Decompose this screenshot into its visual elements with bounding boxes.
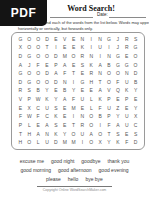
- word-list-item: good evening: [99, 167, 129, 173]
- grid-cell-r5c11: O: [105, 69, 114, 78]
- grid-cell-r5c7: T: [69, 69, 78, 78]
- name-underline: [50, 12, 93, 18]
- grid-cell-r6c2: G: [25, 78, 34, 87]
- grid-cell-r1c11: G: [105, 35, 114, 44]
- grid-cell-r10c3: F: [34, 113, 43, 122]
- grid-cell-r9c7: M: [69, 104, 78, 113]
- grid-cell-r7c9: E: [87, 87, 96, 96]
- grid-cell-r8c9: L: [87, 95, 96, 104]
- date-label: Date:: [97, 12, 108, 17]
- grid-cell-r2c5: I: [51, 44, 60, 53]
- grid-cell-r7c12: Q: [113, 87, 122, 96]
- grid-cell-r4c8: S: [78, 61, 87, 70]
- grid-cell-r6c1: D: [16, 78, 25, 87]
- grid-cell-r13c2: O: [25, 138, 34, 147]
- grid-cell-r11c1: P: [16, 121, 25, 130]
- grid-cell-r3c6: M: [60, 52, 69, 61]
- grid-cell-r8c5: Y: [51, 95, 60, 104]
- word-list-item: excuse me: [20, 158, 44, 164]
- grid-cell-r6c6: N: [60, 78, 69, 87]
- grid-cell-r1c9: I: [87, 35, 96, 44]
- grid-cell-r13c14: D: [131, 138, 140, 147]
- grid-cell-r12c6: Y: [60, 130, 69, 139]
- grid-cell-r3c8: R: [78, 52, 87, 61]
- grid-cell-r7c1: R: [16, 87, 25, 96]
- word-search-grid-border: GOODEVENINGJRSXOOTIEEKIUIJRGDGOODMORNING…: [11, 32, 145, 150]
- grid-cell-r3c14: O: [131, 52, 140, 61]
- grid-cell-r7c6: B: [60, 87, 69, 96]
- grid-cell-r3c12: G: [113, 52, 122, 61]
- grid-cell-r4c10: A: [96, 61, 105, 70]
- word-list: excuse megood nightgoodbyethank you good…: [0, 156, 149, 183]
- grid-cell-r2c2: O: [25, 44, 34, 53]
- grid-cell-r13c6: M: [60, 138, 69, 147]
- grid-cell-r7c8: E: [78, 87, 87, 96]
- grid-cell-r2c11: I: [105, 44, 114, 53]
- grid-cell-r11c14: C: [131, 121, 140, 130]
- grid-cell-r6c13: U: [122, 78, 131, 87]
- grid-cell-r6c10: T: [96, 78, 105, 87]
- grid-cell-r13c13: F: [122, 138, 131, 147]
- grid-cell-r10c10: B: [96, 113, 105, 122]
- grid-cell-r5c9: R: [87, 69, 96, 78]
- grid-cell-r9c2: X: [25, 104, 34, 113]
- grid-cell-r2c1: X: [16, 44, 25, 53]
- grid-cell-r1c6: V: [60, 35, 69, 44]
- grid-cell-r12c13: E: [122, 130, 131, 139]
- grid-cell-r8c1: V: [16, 95, 25, 104]
- grid-cell-r1c4: D: [43, 35, 52, 44]
- grid-cell-r13c4: U: [43, 138, 52, 147]
- grid-cell-r7c7: Y: [69, 87, 78, 96]
- grid-cell-r13c12: K: [113, 138, 122, 147]
- grid-cell-r10c13: U: [122, 113, 131, 122]
- grid-cell-r3c13: E: [122, 52, 131, 61]
- grid-cell-r4c6: A: [60, 61, 69, 70]
- grid-cell-r8c3: W: [34, 95, 43, 104]
- grid-cell-r10c8: N: [78, 113, 87, 122]
- worksheet-page: PDF Word Search! Name: Date: Directions:…: [0, 0, 149, 198]
- grid-cell-r5c10: N: [96, 69, 105, 78]
- grid-cell-r12c9: A: [87, 130, 96, 139]
- grid-cell-r3c3: O: [34, 52, 43, 61]
- grid-cell-r1c10: N: [96, 35, 105, 44]
- grid-cell-r7c10: A: [96, 87, 105, 96]
- grid-cell-r12c11: T: [105, 130, 114, 139]
- grid-cell-r11c10: I: [96, 121, 105, 130]
- word-list-item: bye bye: [85, 176, 103, 182]
- word-list-line-1: excuse megood nightgoodbyethank you: [0, 156, 149, 165]
- grid-cell-r3c9: N: [87, 52, 96, 61]
- grid-cell-r6c4: O: [43, 78, 52, 87]
- word-list-item: good afternoon: [58, 167, 92, 173]
- grid-cell-r6c9: H: [87, 78, 96, 87]
- grid-cell-r11c4: A: [43, 121, 52, 130]
- grid-cell-r7c13: K: [122, 87, 131, 96]
- grid-cell-r12c5: K: [51, 130, 60, 139]
- grid-cell-r5c6: F: [60, 69, 69, 78]
- grid-cell-r11c12: A: [113, 121, 122, 130]
- grid-cell-r9c3: C: [34, 104, 43, 113]
- pdf-file-badge[interactable]: PDF: [0, 0, 47, 26]
- grid-cell-r7c4: Y: [43, 87, 52, 96]
- grid-cell-r12c14: S: [131, 130, 140, 139]
- grid-cell-r7c5: E: [51, 87, 60, 96]
- grid-cell-r8c10: K: [96, 95, 105, 104]
- grid-cell-r12c1: T: [16, 130, 25, 139]
- grid-cell-r1c14: S: [131, 35, 140, 44]
- grid-cell-r11c9: O: [87, 121, 96, 130]
- grid-cell-r12c2: H: [25, 130, 34, 139]
- grid-cell-r8c8: U: [78, 95, 87, 104]
- word-search-grid: GOODEVENINGJRSXOOTIEEKIUIJRGDGOODMORNING…: [16, 35, 140, 147]
- grid-cell-r11c11: F: [105, 121, 114, 130]
- grid-cell-r3c7: O: [69, 52, 78, 61]
- grid-cell-r1c13: R: [122, 35, 131, 44]
- grid-cell-r6c7: I: [69, 78, 78, 87]
- grid-cell-r2c10: U: [96, 44, 105, 53]
- grid-cell-r4c1: A: [16, 61, 25, 70]
- grid-cell-r9c10: F: [96, 104, 105, 113]
- grid-cell-r8c4: K: [43, 95, 52, 104]
- grid-cell-r10c6: E: [60, 113, 69, 122]
- grid-cell-r13c7: M: [69, 138, 78, 147]
- grid-cell-r1c1: G: [16, 35, 25, 44]
- grid-cell-r2c9: I: [87, 44, 96, 53]
- grid-cell-r13c8: I: [78, 138, 87, 147]
- grid-cell-r11c8: R: [78, 121, 87, 130]
- grid-cell-r3c11: N: [105, 52, 114, 61]
- grid-cell-r11c5: S: [51, 121, 60, 130]
- grid-cell-r5c5: A: [51, 69, 60, 78]
- grid-cell-r4c9: K: [87, 61, 96, 70]
- grid-cell-r12c12: S: [113, 130, 122, 139]
- grid-cell-r7c11: V: [105, 87, 114, 96]
- grid-cell-r11c3: E: [34, 121, 43, 130]
- directions-line-2: horizontally or vertically, but forwards…: [18, 26, 93, 31]
- grid-cell-r5c4: D: [43, 69, 52, 78]
- grid-cell-r6c5: D: [51, 78, 60, 87]
- grid-cell-r6c11: O: [105, 78, 114, 87]
- grid-cell-r2c3: O: [34, 44, 43, 53]
- grid-cell-r3c5: D: [51, 52, 60, 61]
- grid-cell-r12c3: A: [34, 130, 43, 139]
- copyright-text: Copyright Online WordSearchMaker.com: [0, 188, 149, 192]
- grid-cell-r2c7: E: [69, 44, 78, 53]
- grid-cell-r10c14: X: [131, 113, 140, 122]
- grid-cell-r10c5: K: [51, 113, 60, 122]
- grid-cell-r4c14: O: [131, 61, 140, 70]
- grid-cell-r8c12: E: [113, 95, 122, 104]
- grid-cell-r10c11: P: [105, 113, 114, 122]
- grid-cell-r12c7: O: [69, 130, 78, 139]
- grid-cell-r1c3: O: [34, 35, 43, 44]
- grid-cell-r1c8: N: [78, 35, 87, 44]
- grid-cell-r11c2: L: [25, 121, 34, 130]
- grid-cell-r2c8: K: [78, 44, 87, 53]
- grid-cell-r13c9: O: [87, 138, 96, 147]
- grid-cell-r4c12: G: [113, 61, 122, 70]
- grid-cell-r8c7: F: [69, 95, 78, 104]
- grid-cell-r1c12: J: [113, 35, 122, 44]
- grid-cell-r3c4: O: [43, 52, 52, 61]
- grid-cell-r11c6: E: [60, 121, 69, 130]
- grid-cell-r13c5: D: [51, 138, 60, 147]
- grid-cell-r9c11: U: [105, 104, 114, 113]
- grid-cell-r4c5: P: [51, 61, 60, 70]
- grid-cell-r5c2: O: [25, 69, 34, 78]
- grid-cell-r2c13: R: [122, 44, 131, 53]
- grid-cell-r4c3: F: [34, 61, 43, 70]
- grid-cell-r5c3: O: [34, 69, 43, 78]
- grid-cell-r10c4: C: [43, 113, 52, 122]
- grid-cell-r7c14: Y: [131, 87, 140, 96]
- grid-cell-r6c12: F: [113, 78, 122, 87]
- date-underline: [109, 12, 146, 18]
- grid-cell-r8c11: P: [105, 95, 114, 104]
- grid-cell-r9c9: L: [87, 104, 96, 113]
- grid-cell-r5c13: N: [122, 69, 131, 78]
- grid-cell-r9c4: U: [43, 104, 52, 113]
- grid-cell-r2c4: T: [43, 44, 52, 53]
- grid-cell-r4c13: G: [122, 61, 131, 70]
- word-list-line-3: pleasehellobye bye: [0, 174, 149, 183]
- word-list-item: thank you: [108, 158, 130, 164]
- grid-cell-r10c1: F: [16, 113, 25, 122]
- grid-cell-r5c12: O: [113, 69, 122, 78]
- grid-cell-r9c5: S: [51, 104, 60, 113]
- grid-cell-r8c13: P: [122, 95, 131, 104]
- grid-cell-r13c3: L: [34, 138, 43, 147]
- word-list-item: good night: [51, 158, 74, 164]
- grid-cell-r2c14: G: [131, 44, 140, 53]
- grid-cell-r9c6: E: [60, 104, 69, 113]
- grid-cell-r4c2: J: [25, 61, 34, 70]
- grid-cell-r5c1: G: [16, 69, 25, 78]
- grid-cell-r3c1: D: [16, 52, 25, 61]
- grid-cell-r8c6: A: [60, 95, 69, 104]
- grid-cell-r5c14: D: [131, 69, 140, 78]
- word-list-item: goodbye: [81, 158, 100, 164]
- grid-cell-r4c4: E: [43, 61, 52, 70]
- grid-cell-r1c2: O: [25, 35, 34, 44]
- grid-cell-r4c7: E: [69, 61, 78, 70]
- grid-cell-r10c7: I: [69, 113, 78, 122]
- grid-cell-r10c12: Y: [113, 113, 122, 122]
- grid-cell-r12c8: U: [78, 130, 87, 139]
- grid-cell-r5c8: E: [78, 69, 87, 78]
- grid-cell-r7c2: S: [25, 87, 34, 96]
- grid-cell-r13c1: H: [16, 138, 25, 147]
- grid-cell-r9c8: E: [78, 104, 87, 113]
- grid-cell-r9c13: E: [122, 104, 131, 113]
- grid-cell-r4c11: B: [105, 61, 114, 70]
- grid-cell-r10c9: O: [87, 113, 96, 122]
- grid-cell-r9c14: Y: [131, 104, 140, 113]
- grid-cell-r9c12: Z: [113, 104, 122, 113]
- word-list-item: hello: [68, 176, 79, 182]
- grid-cell-r2c12: J: [113, 44, 122, 53]
- grid-cell-r12c10: O: [96, 130, 105, 139]
- grid-cell-r11c13: U: [122, 121, 131, 130]
- word-list-item: please: [46, 176, 61, 182]
- grid-cell-r9c1: E: [16, 104, 25, 113]
- grid-cell-r1c5: E: [51, 35, 60, 44]
- pdf-badge-label: PDF: [11, 6, 37, 20]
- grid-cell-r6c3: O: [34, 78, 43, 87]
- grid-cell-r6c8: G: [78, 78, 87, 87]
- word-list-line-2: good morninggood afternoongood evening: [0, 165, 149, 174]
- grid-cell-r13c10: X: [96, 138, 105, 147]
- grid-cell-r6c14: B: [131, 78, 140, 87]
- grid-cell-r12c4: N: [43, 130, 52, 139]
- grid-cell-r13c11: Y: [105, 138, 114, 147]
- word-list-item: good morning: [20, 167, 51, 173]
- grid-cell-r11c7: T: [69, 121, 78, 130]
- grid-cell-r8c14: E: [131, 95, 140, 104]
- grid-cell-r3c2: G: [25, 52, 34, 61]
- grid-cell-r8c2: P: [25, 95, 34, 104]
- grid-cell-r3c10: I: [96, 52, 105, 61]
- grid-cell-r10c2: W: [25, 113, 34, 122]
- grid-cell-r2c6: E: [60, 44, 69, 53]
- grid-cell-r1c7: E: [69, 35, 78, 44]
- grid-cell-r7c3: B: [34, 87, 43, 96]
